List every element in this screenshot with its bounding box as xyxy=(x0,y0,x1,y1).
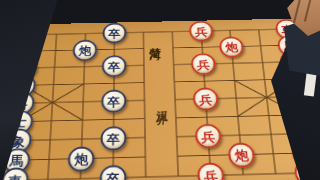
xiangqi-board: 楚河 汉界 車馬象士將士象馬車炮炮卒卒卒卒卒兵兵兵兵兵炮炮車馬相仕帥仕相馬車 xyxy=(0,18,320,180)
finger-gap xyxy=(304,0,312,22)
photo-stage: 楚河 汉界 車馬象士將士象馬車炮炮卒卒卒卒卒兵兵兵兵兵炮炮車馬相仕帥仕相馬車 xyxy=(0,0,320,180)
finger-gap xyxy=(293,0,301,24)
river-label-chuhe: 楚河 xyxy=(146,39,162,45)
